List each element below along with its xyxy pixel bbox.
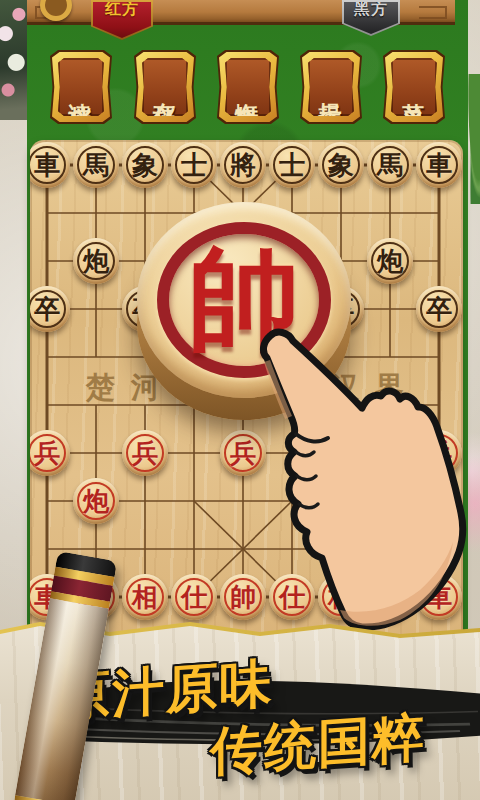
piece-black-r2c1[interactable]: 炮 (73, 238, 119, 284)
piece-character: 車 (34, 152, 60, 178)
background-floral-decoration (0, 0, 27, 120)
menu-button-face: 菜单 (391, 58, 437, 116)
piece-character: 炮 (377, 248, 403, 274)
piece-black-r0c7[interactable]: 馬 (367, 142, 413, 188)
promo-piece-character: 帥 (167, 232, 321, 368)
piece-black-r2c7[interactable]: 炮 (367, 238, 413, 284)
piece-black-r0c6[interactable]: 象 (318, 142, 364, 188)
red-side-label: 红方 (105, 0, 139, 38)
piece-black-r0c3[interactable]: 士 (171, 142, 217, 188)
piece-red-r6c6[interactable]: 兵 (318, 430, 364, 476)
piece-character: 兵 (34, 440, 60, 466)
piece-character: 兵 (426, 440, 452, 466)
menu-button-label: 菜单 (399, 84, 430, 90)
load-game-button[interactable]: 读档 (50, 50, 112, 124)
save-game-button[interactable]: 存档 (134, 50, 196, 124)
piece-character: 象 (132, 152, 158, 178)
piece-character: 馬 (377, 152, 403, 178)
piece-red-r7c7[interactable]: 炮 (367, 478, 413, 524)
menu-button[interactable]: 菜单 (383, 50, 445, 124)
background-leaves-decoration (466, 74, 480, 204)
piece-character: 炮 (83, 248, 109, 274)
piece-character: 卒 (426, 296, 452, 322)
save-button-label: 存档 (150, 84, 181, 90)
piece-character: 兵 (230, 440, 256, 466)
piece-character: 炮 (83, 488, 109, 514)
piece-character: 將 (230, 152, 256, 178)
piece-black-r0c4[interactable]: 將 (220, 142, 266, 188)
piece-black-r0c8[interactable]: 車 (416, 142, 462, 188)
piece-character: 象 (328, 152, 354, 178)
piece-character: 馬 (377, 584, 403, 610)
black-side-label: 黑方 (354, 0, 388, 34)
piece-black-r0c2[interactable]: 象 (122, 142, 168, 188)
hint-button[interactable]: 提示 (300, 50, 362, 124)
hint-button-face: 提示 (308, 58, 354, 116)
piece-red-r6c4[interactable]: 兵 (220, 430, 266, 476)
load-button-face: 读档 (58, 58, 104, 116)
app-screen: 红方 黑方 读档 存档 悔棋 提示 菜单 楚河 汉界 車馬象士將士象馬車炮炮 (0, 0, 480, 800)
piece-character: 帥 (230, 584, 256, 610)
load-button-label: 读档 (66, 84, 97, 90)
piece-character: 炮 (377, 488, 403, 514)
piece-red-r6c8[interactable]: 兵 (416, 430, 462, 476)
piece-black-r0c1[interactable]: 馬 (73, 142, 119, 188)
piece-character: 士 (181, 152, 207, 178)
wood-bracket-right (419, 6, 447, 19)
giant-promo-piece: 帥 (137, 202, 351, 424)
piece-character: 兵 (132, 440, 158, 466)
undo-button-face: 悔棋 (225, 58, 271, 116)
undo-move-button[interactable]: 悔棋 (217, 50, 279, 124)
save-button-face: 存档 (142, 58, 188, 116)
promo-piece-face: 帥 (137, 202, 351, 398)
piece-character: 相 (328, 584, 354, 610)
piece-red-r7c1[interactable]: 炮 (73, 478, 119, 524)
piece-character: 仕 (181, 584, 207, 610)
piece-black-r0c5[interactable]: 士 (269, 142, 315, 188)
piece-black-r3c8[interactable]: 卒 (416, 286, 462, 332)
undo-button-label: 悔棋 (233, 84, 264, 90)
piece-character: 士 (279, 152, 305, 178)
piece-character: 車 (426, 584, 452, 610)
piece-character: 馬 (83, 152, 109, 178)
piece-character: 兵 (328, 440, 354, 466)
hint-button-label: 提示 (316, 84, 347, 90)
piece-character: 車 (426, 152, 452, 178)
piece-character: 相 (132, 584, 158, 610)
piece-character: 卒 (34, 296, 60, 322)
piece-character: 仕 (279, 584, 305, 610)
piece-red-r6c2[interactable]: 兵 (122, 430, 168, 476)
